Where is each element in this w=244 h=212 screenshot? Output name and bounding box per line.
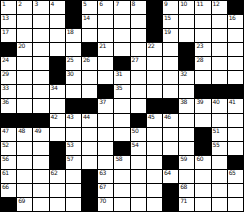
black-cell-r9c3 [33, 114, 48, 127]
clue-number: 31 [115, 71, 122, 77]
cell-r1c7[interactable]: 6 [98, 1, 113, 14]
cell-r9c8[interactable] [114, 114, 129, 127]
cell-r9c7[interactable] [98, 114, 113, 127]
cell-r12c12[interactable]: 59 [179, 156, 194, 169]
cell-r2c14[interactable] [212, 15, 227, 28]
black-cell-r4c1 [1, 43, 16, 56]
clue-number: 29 [2, 71, 9, 77]
black-cell-r7c7 [98, 85, 113, 98]
cell-r5c10[interactable] [147, 57, 162, 70]
cell-r15c14[interactable] [212, 198, 227, 211]
clue-number: 25 [67, 57, 74, 63]
clue-number: 62 [51, 170, 58, 176]
cell-r8c9[interactable] [131, 99, 146, 112]
cell-r5c11[interactable] [163, 57, 178, 70]
cell-r9c10[interactable]: 45 [147, 114, 162, 127]
cell-r6c5[interactable]: 30 [66, 71, 81, 84]
cell-r4c13[interactable]: 23 [195, 43, 210, 56]
cell-r7c4[interactable]: 34 [50, 85, 65, 98]
cell-r3c5[interactable]: 18 [66, 29, 81, 42]
cell-r4c9[interactable] [131, 43, 146, 56]
clue-number: 55 [213, 142, 220, 148]
clue-number: 60 [196, 156, 203, 162]
cell-r13c15[interactable]: 65 [228, 170, 243, 183]
cell-r12c13[interactable]: 60 [195, 156, 210, 169]
cell-r15c13[interactable] [195, 198, 210, 211]
clue-number: 26 [83, 57, 90, 63]
black-cell-r8c6 [82, 99, 97, 112]
clue-number: 52 [2, 142, 9, 148]
cell-r9c14[interactable] [212, 114, 227, 127]
cell-r10c12[interactable] [179, 128, 194, 141]
clue-number: 9 [164, 1, 167, 7]
clue-number: 11 [196, 1, 203, 7]
cell-r3c11[interactable]: 19 [163, 29, 178, 42]
cell-r14c4[interactable] [50, 184, 65, 197]
cell-r5c15[interactable] [228, 57, 243, 70]
clue-number: 58 [115, 156, 122, 162]
cell-r15c5[interactable] [66, 198, 81, 211]
cell-r7c9[interactable] [131, 85, 146, 98]
cell-r4c14[interactable] [212, 43, 227, 56]
cell-r13c3[interactable] [33, 170, 48, 183]
cell-r12c3[interactable] [33, 156, 48, 169]
clue-number: 18 [67, 29, 74, 35]
cell-r3c4[interactable] [50, 29, 65, 42]
cell-r8c8[interactable] [114, 99, 129, 112]
crossword-grid: 1234567891011121314151617181920212223242… [0, 0, 244, 212]
cell-r11c11[interactable] [163, 142, 178, 155]
cell-r13c2[interactable] [17, 170, 32, 183]
clue-number: 57 [67, 156, 74, 162]
cell-r13c12[interactable] [179, 170, 194, 183]
clue-number: 64 [164, 170, 171, 176]
clue-number: 35 [115, 85, 122, 91]
cell-r2c7[interactable] [98, 15, 113, 28]
cell-r1c14[interactable]: 12 [212, 1, 227, 14]
cell-r13c14[interactable] [212, 170, 227, 183]
clue-number: 40 [213, 99, 220, 105]
cell-r13c8[interactable] [114, 170, 129, 183]
cell-r3c9[interactable] [131, 29, 146, 42]
cell-r6c12[interactable]: 32 [179, 71, 194, 84]
clue-number: 13 [2, 15, 9, 21]
clue-number: 48 [18, 128, 25, 134]
cell-r10c3[interactable]: 49 [33, 128, 48, 141]
cell-r10c9[interactable]: 50 [131, 128, 146, 141]
cell-r7c11[interactable] [163, 85, 178, 98]
cell-r8c15[interactable]: 41 [228, 99, 243, 112]
cell-r10c2[interactable]: 48 [17, 128, 32, 141]
black-cell-r9c1 [1, 114, 16, 127]
cell-r2c4[interactable] [50, 15, 65, 28]
clue-number: 47 [2, 128, 9, 134]
cell-r1c1[interactable]: 1 [1, 1, 16, 14]
cell-r7c10[interactable] [147, 85, 162, 98]
black-cell-r14c11 [163, 184, 178, 197]
cell-r8c3[interactable] [33, 99, 48, 112]
cell-r11c14[interactable]: 55 [212, 142, 227, 155]
cell-r10c11[interactable] [163, 128, 178, 141]
clue-number: 10 [180, 1, 187, 7]
cell-r13c9[interactable] [131, 170, 146, 183]
cell-r8c12[interactable]: 38 [179, 99, 194, 112]
black-cell-r7c15 [228, 85, 243, 98]
cell-r14c15[interactable] [228, 184, 243, 197]
cell-r8c14[interactable]: 40 [212, 99, 227, 112]
black-cell-r1c15 [228, 1, 243, 14]
clue-number: 1 [2, 1, 5, 7]
clue-number: 50 [132, 128, 139, 134]
cell-r6c1[interactable]: 29 [1, 71, 16, 84]
cell-r11c2[interactable] [17, 142, 32, 155]
cell-r1c4[interactable]: 4 [50, 1, 65, 14]
cell-r5c5[interactable]: 25 [66, 57, 81, 70]
cell-r10c7[interactable] [98, 128, 113, 141]
clue-number: 21 [99, 43, 106, 49]
cell-r1c9[interactable]: 8 [131, 1, 146, 14]
cell-r11c6[interactable] [82, 142, 97, 155]
cell-r1c6[interactable]: 5 [82, 1, 97, 14]
cell-r2c2[interactable] [17, 15, 32, 28]
cell-r2c15[interactable]: 16 [228, 15, 243, 28]
cell-r4c2[interactable]: 20 [17, 43, 32, 56]
clue-number: 65 [229, 170, 236, 176]
cell-r7c5[interactable] [66, 85, 81, 98]
clue-number: 22 [148, 43, 155, 49]
black-cell-r5c8 [114, 57, 129, 70]
cell-r2c13[interactable] [195, 15, 210, 28]
cell-r13c13[interactable] [195, 170, 210, 183]
clue-number: 61 [2, 170, 9, 176]
cell-r6c11[interactable] [163, 71, 178, 84]
cell-r14c10[interactable] [147, 184, 162, 197]
cell-r6c13[interactable] [195, 71, 210, 84]
cell-r15c4[interactable] [50, 198, 65, 211]
cell-r7c1[interactable]: 33 [1, 85, 16, 98]
cell-r13c7[interactable]: 63 [98, 170, 113, 183]
cell-r15c12[interactable]: 71 [179, 198, 194, 211]
cell-r15c15[interactable] [228, 198, 243, 211]
black-cell-r5c12 [179, 57, 194, 70]
clue-number: 44 [83, 114, 90, 120]
cell-r14c9[interactable] [131, 184, 146, 197]
cell-r14c1[interactable]: 66 [1, 184, 16, 197]
cell-r11c9[interactable]: 54 [131, 142, 146, 155]
black-cell-r8c5 [66, 99, 81, 112]
cell-r1c3[interactable]: 3 [33, 1, 48, 14]
clue-number: 67 [99, 184, 106, 190]
black-cell-r9c2 [17, 114, 32, 127]
clue-number: 20 [18, 43, 25, 49]
cell-r4c3[interactable] [33, 43, 48, 56]
black-cell-r12c15 [228, 156, 243, 169]
cell-r1c13[interactable]: 11 [195, 1, 210, 14]
cell-r6c6[interactable] [82, 71, 97, 84]
clue-number: 43 [67, 114, 74, 120]
cell-r11c1[interactable]: 52 [1, 142, 16, 155]
black-cell-r15c11 [163, 198, 178, 211]
cell-r6c14[interactable] [212, 71, 227, 84]
cell-r3c14[interactable] [212, 29, 227, 42]
black-cell-r6c4 [50, 71, 65, 84]
clue-number: 53 [67, 142, 74, 148]
cell-r8c7[interactable]: 37 [98, 99, 113, 112]
cell-r14c12[interactable]: 68 [179, 184, 194, 197]
cell-r5c7[interactable] [98, 57, 113, 70]
cell-r12c5[interactable]: 57 [66, 156, 81, 169]
cell-r12c1[interactable]: 56 [1, 156, 16, 169]
cell-r6c7[interactable] [98, 71, 113, 84]
cell-r8c2[interactable] [17, 99, 32, 112]
clue-number: 70 [99, 198, 106, 204]
clue-number: 69 [18, 198, 25, 204]
cell-r4c5[interactable] [66, 43, 81, 56]
black-cell-r15c1 [1, 198, 16, 211]
black-cell-r15c6 [82, 198, 97, 211]
black-cell-r11c8 [114, 142, 129, 155]
cell-r4c15[interactable] [228, 43, 243, 56]
cell-r5c1[interactable]: 24 [1, 57, 16, 70]
cell-r11c5[interactable]: 53 [66, 142, 81, 155]
clue-number: 45 [148, 114, 155, 120]
cell-r3c3[interactable] [33, 29, 48, 42]
cell-r15c10[interactable] [147, 198, 162, 211]
cell-r9c4[interactable]: 42 [50, 114, 65, 127]
clue-number: 23 [196, 43, 203, 49]
cell-r10c6[interactable] [82, 128, 97, 141]
cell-r15c8[interactable] [114, 198, 129, 211]
clue-number: 27 [132, 57, 139, 63]
clue-number: 6 [99, 1, 102, 7]
clue-number: 4 [51, 1, 54, 7]
cell-r12c7[interactable] [98, 156, 113, 169]
cell-r11c15[interactable] [228, 142, 243, 155]
cell-r9c6[interactable]: 44 [82, 114, 97, 127]
clue-number: 32 [180, 71, 187, 77]
black-cell-r2c5 [66, 15, 81, 28]
clue-number: 54 [132, 142, 139, 148]
cell-r4c4[interactable] [50, 43, 65, 56]
clue-number: 24 [2, 57, 9, 63]
clue-number: 37 [99, 99, 106, 105]
cell-r12c6[interactable] [82, 156, 97, 169]
cell-r3c7[interactable] [98, 29, 113, 42]
black-cell-r7c14 [212, 85, 227, 98]
cell-r2c6[interactable]: 14 [82, 15, 97, 28]
cell-r2c8[interactable] [114, 15, 129, 28]
black-cell-r12c4 [50, 156, 65, 169]
black-cell-r13c6 [82, 170, 97, 183]
clue-number: 42 [51, 114, 58, 120]
cell-r13c1[interactable]: 61 [1, 170, 16, 183]
black-cell-r10c13 [195, 128, 210, 141]
cell-r1c12[interactable]: 10 [179, 1, 194, 14]
cell-r13c4[interactable]: 62 [50, 170, 65, 183]
cell-r3c15[interactable] [228, 29, 243, 42]
cell-r10c14[interactable]: 51 [212, 128, 227, 141]
black-cell-r1c10 [147, 1, 162, 14]
clue-number: 59 [180, 156, 187, 162]
cell-r3c2[interactable] [17, 29, 32, 42]
cell-r14c7[interactable]: 67 [98, 184, 113, 197]
clue-number: 34 [51, 85, 58, 91]
clue-number: 3 [34, 1, 37, 7]
clue-number: 28 [196, 57, 203, 63]
cell-r14c2[interactable] [17, 184, 32, 197]
crossword-page: 1234567891011121314151617181920212223242… [0, 0, 244, 212]
cell-r8c13[interactable]: 39 [195, 99, 210, 112]
cell-r5c2[interactable] [17, 57, 32, 70]
cell-r6c15[interactable] [228, 71, 243, 84]
black-cell-r4c12 [179, 43, 194, 56]
cell-r4c11[interactable] [163, 43, 178, 56]
cell-r15c2[interactable]: 69 [17, 198, 32, 211]
cell-r3c8[interactable] [114, 29, 129, 42]
cell-r9c12[interactable] [179, 114, 194, 127]
cell-r3c6[interactable] [82, 29, 97, 42]
cell-r12c9[interactable] [131, 156, 146, 169]
cell-r3c1[interactable]: 17 [1, 29, 16, 42]
black-cell-r8c10 [147, 99, 162, 112]
clue-number: 39 [196, 99, 203, 105]
clue-number: 33 [2, 85, 9, 91]
cell-r15c7[interactable]: 70 [98, 198, 113, 211]
clue-number: 14 [83, 15, 90, 21]
cell-r13c11[interactable]: 64 [163, 170, 178, 183]
black-cell-r4c6 [82, 43, 97, 56]
clue-number: 16 [229, 15, 236, 21]
cell-r14c3[interactable] [33, 184, 48, 197]
cell-r11c7[interactable] [98, 142, 113, 155]
cell-r5c9[interactable]: 27 [131, 57, 146, 70]
cell-r7c2[interactable] [17, 85, 32, 98]
cell-r7c3[interactable] [33, 85, 48, 98]
cell-r12c14[interactable] [212, 156, 227, 169]
clue-number: 5 [83, 1, 86, 7]
clue-number: 17 [2, 29, 9, 35]
cell-r2c11[interactable]: 15 [163, 15, 178, 28]
cell-r11c10[interactable] [147, 142, 162, 155]
cell-r1c8[interactable]: 7 [114, 1, 129, 14]
cell-r5c6[interactable]: 26 [82, 57, 97, 70]
black-cell-r11c4 [50, 142, 65, 155]
cell-r9c11[interactable]: 46 [163, 114, 178, 127]
cell-r4c10[interactable]: 22 [147, 43, 162, 56]
cell-r4c7[interactable]: 21 [98, 43, 113, 56]
clue-number: 38 [180, 99, 187, 105]
cell-r3c13[interactable] [195, 29, 210, 42]
cell-r7c8[interactable]: 35 [114, 85, 129, 98]
cell-r10c8[interactable] [114, 128, 129, 141]
cell-r6c3[interactable] [33, 71, 48, 84]
cell-r14c14[interactable] [212, 184, 227, 197]
cell-r2c3[interactable] [33, 15, 48, 28]
cell-r12c10[interactable] [147, 156, 162, 169]
cell-r9c13[interactable] [195, 114, 210, 127]
cell-r10c15[interactable] [228, 128, 243, 141]
clue-number: 36 [2, 99, 9, 105]
clue-number: 56 [2, 156, 9, 162]
cell-r8c1[interactable]: 36 [1, 99, 16, 112]
clue-number: 15 [164, 15, 171, 21]
clue-number: 66 [2, 184, 9, 190]
black-cell-r2c10 [147, 15, 162, 28]
cell-r14c8[interactable] [114, 184, 129, 197]
cell-r6c8[interactable]: 31 [114, 71, 129, 84]
black-cell-r8c11 [163, 99, 178, 112]
clue-number: 46 [164, 114, 171, 120]
cell-r8c4[interactable] [50, 99, 65, 112]
black-cell-r14c6 [82, 184, 97, 197]
cell-r15c3[interactable] [33, 198, 48, 211]
clue-number: 8 [132, 1, 135, 7]
cell-r9c5[interactable]: 43 [66, 114, 81, 127]
cell-r7c12[interactable] [179, 85, 194, 98]
black-cell-r7c13 [195, 85, 210, 98]
cell-r13c10[interactable] [147, 170, 162, 183]
cell-r1c11[interactable]: 9 [163, 1, 178, 14]
cell-r5c3[interactable] [33, 57, 48, 70]
clue-number: 12 [213, 1, 220, 7]
black-cell-r11c13 [195, 142, 210, 155]
black-cell-r5c4 [50, 57, 65, 70]
clue-number: 19 [164, 29, 171, 35]
cell-r7c6[interactable] [82, 85, 97, 98]
clue-number: 49 [34, 128, 41, 134]
cell-r2c9[interactable] [131, 15, 146, 28]
black-cell-r9c9 [131, 114, 146, 127]
clue-number: 63 [99, 170, 106, 176]
cell-r12c8[interactable]: 58 [114, 156, 129, 169]
cell-r6c2[interactable] [17, 71, 32, 84]
cell-r5c14[interactable] [212, 57, 227, 70]
cell-r6c10[interactable] [147, 71, 162, 84]
cell-r4c8[interactable] [114, 43, 129, 56]
cell-r15c9[interactable] [131, 198, 146, 211]
cell-r13c5[interactable] [66, 170, 81, 183]
cell-r3c12[interactable] [179, 29, 194, 42]
cell-r10c10[interactable] [147, 128, 162, 141]
cell-r12c2[interactable] [17, 156, 32, 169]
cell-r10c4[interactable] [50, 128, 65, 141]
cell-r11c3[interactable] [33, 142, 48, 155]
cell-r10c5[interactable] [66, 128, 81, 141]
cell-r14c13[interactable] [195, 184, 210, 197]
cell-r6c9[interactable] [131, 71, 146, 84]
black-cell-r12c11 [163, 156, 178, 169]
cell-r2c1[interactable]: 13 [1, 15, 16, 28]
black-cell-r3c10 [147, 29, 162, 42]
cell-r14c5[interactable] [66, 184, 81, 197]
clue-number: 68 [180, 184, 187, 190]
clue-number: 30 [67, 71, 74, 77]
clue-number: 71 [180, 198, 187, 204]
cell-r5c13[interactable]: 28 [195, 57, 210, 70]
clue-number: 51 [213, 128, 220, 134]
cell-r2c12[interactable] [179, 15, 194, 28]
clue-number: 41 [229, 99, 236, 105]
cell-r1c2[interactable]: 2 [17, 1, 32, 14]
cell-r10c1[interactable]: 47 [1, 128, 16, 141]
clue-number: 7 [115, 1, 118, 7]
clue-number: 2 [18, 1, 21, 7]
black-cell-r1c5 [66, 1, 81, 14]
cell-r11c12[interactable] [179, 142, 194, 155]
cell-r9c15[interactable] [228, 114, 243, 127]
